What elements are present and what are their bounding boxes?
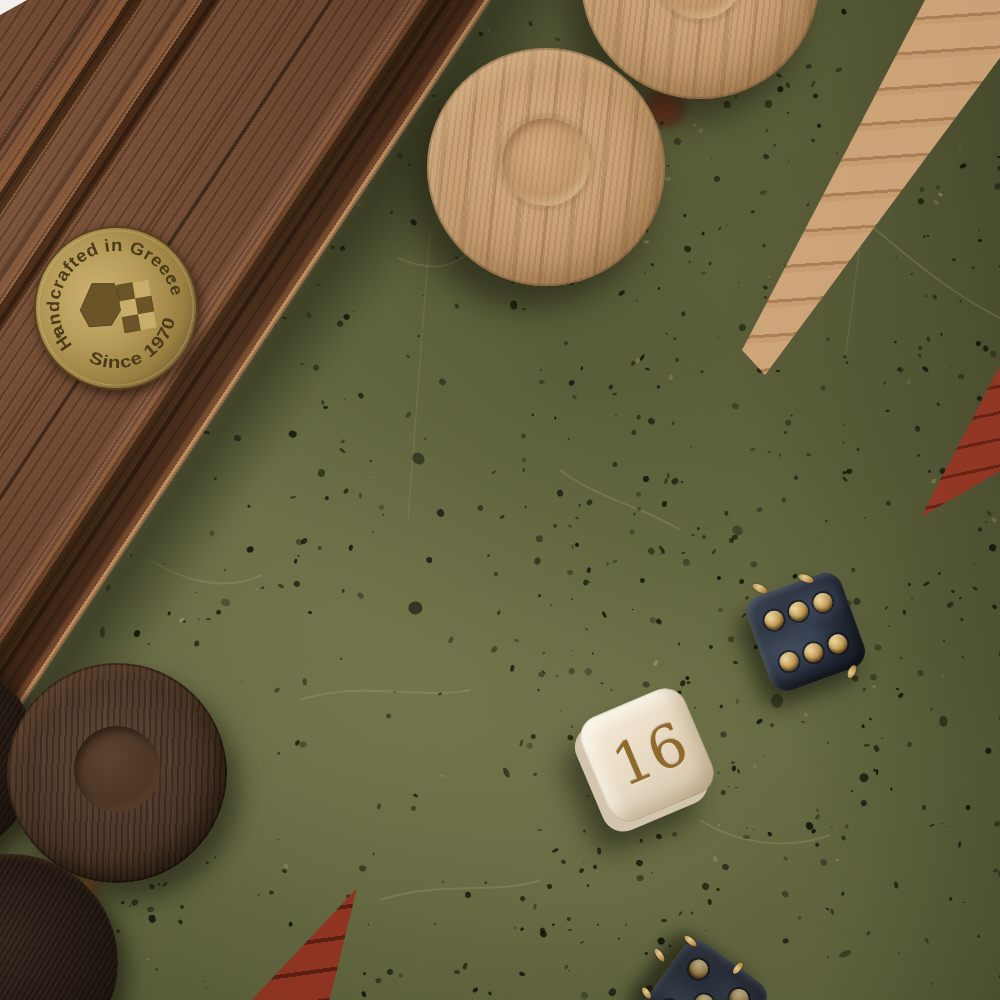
die-pip (811, 590, 835, 614)
die-pip (826, 632, 850, 656)
doubling-cube-value: 16 (603, 709, 698, 800)
checker-dimple (502, 118, 590, 206)
checker-dimple (656, 0, 744, 19)
checker-dimple (74, 726, 160, 812)
die-pip (726, 985, 753, 1000)
die-pip (691, 991, 718, 1000)
backgammon-photo: Handcrafted in Greece Since 1970 (0, 0, 1000, 1000)
die-pip (685, 956, 712, 983)
checker-dark-1[interactable] (7, 663, 227, 883)
die-pip (656, 996, 683, 1000)
die-pip (762, 608, 786, 632)
die-pip (786, 599, 810, 623)
die-pip (801, 640, 825, 664)
die-pip (777, 649, 801, 673)
brand-medallion: Handcrafted in Greece Since 1970 (16, 208, 216, 408)
checker-natural-1[interactable] (427, 48, 665, 286)
